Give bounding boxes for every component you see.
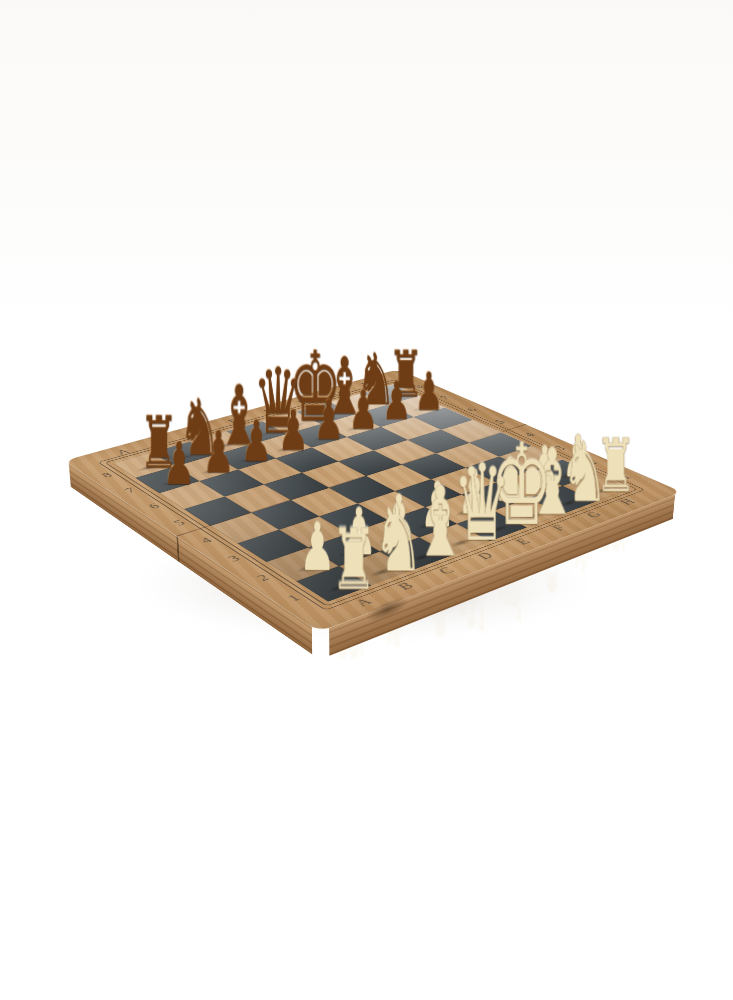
fold-seam-side <box>176 536 179 562</box>
scene-3d: AA11BB22CC33DD44EE55FF66GG77HH88 ♜♜♞♞♟♟♝… <box>0 0 733 1000</box>
board-surface: AA11BB22CC33DD44EE55FF66GG77HH88 ♜♜♞♞♟♟♝… <box>64 369 682 632</box>
chess-board: AA11BB22CC33DD44EE55FF66GG77HH88 ♜♜♞♞♟♟♝… <box>64 369 682 632</box>
product-photo-stage: AA11BB22CC33DD44EE55FF66GG77HH88 ♜♜♞♞♟♟♝… <box>0 0 733 1000</box>
knight-glyph: ♞ <box>373 497 406 582</box>
